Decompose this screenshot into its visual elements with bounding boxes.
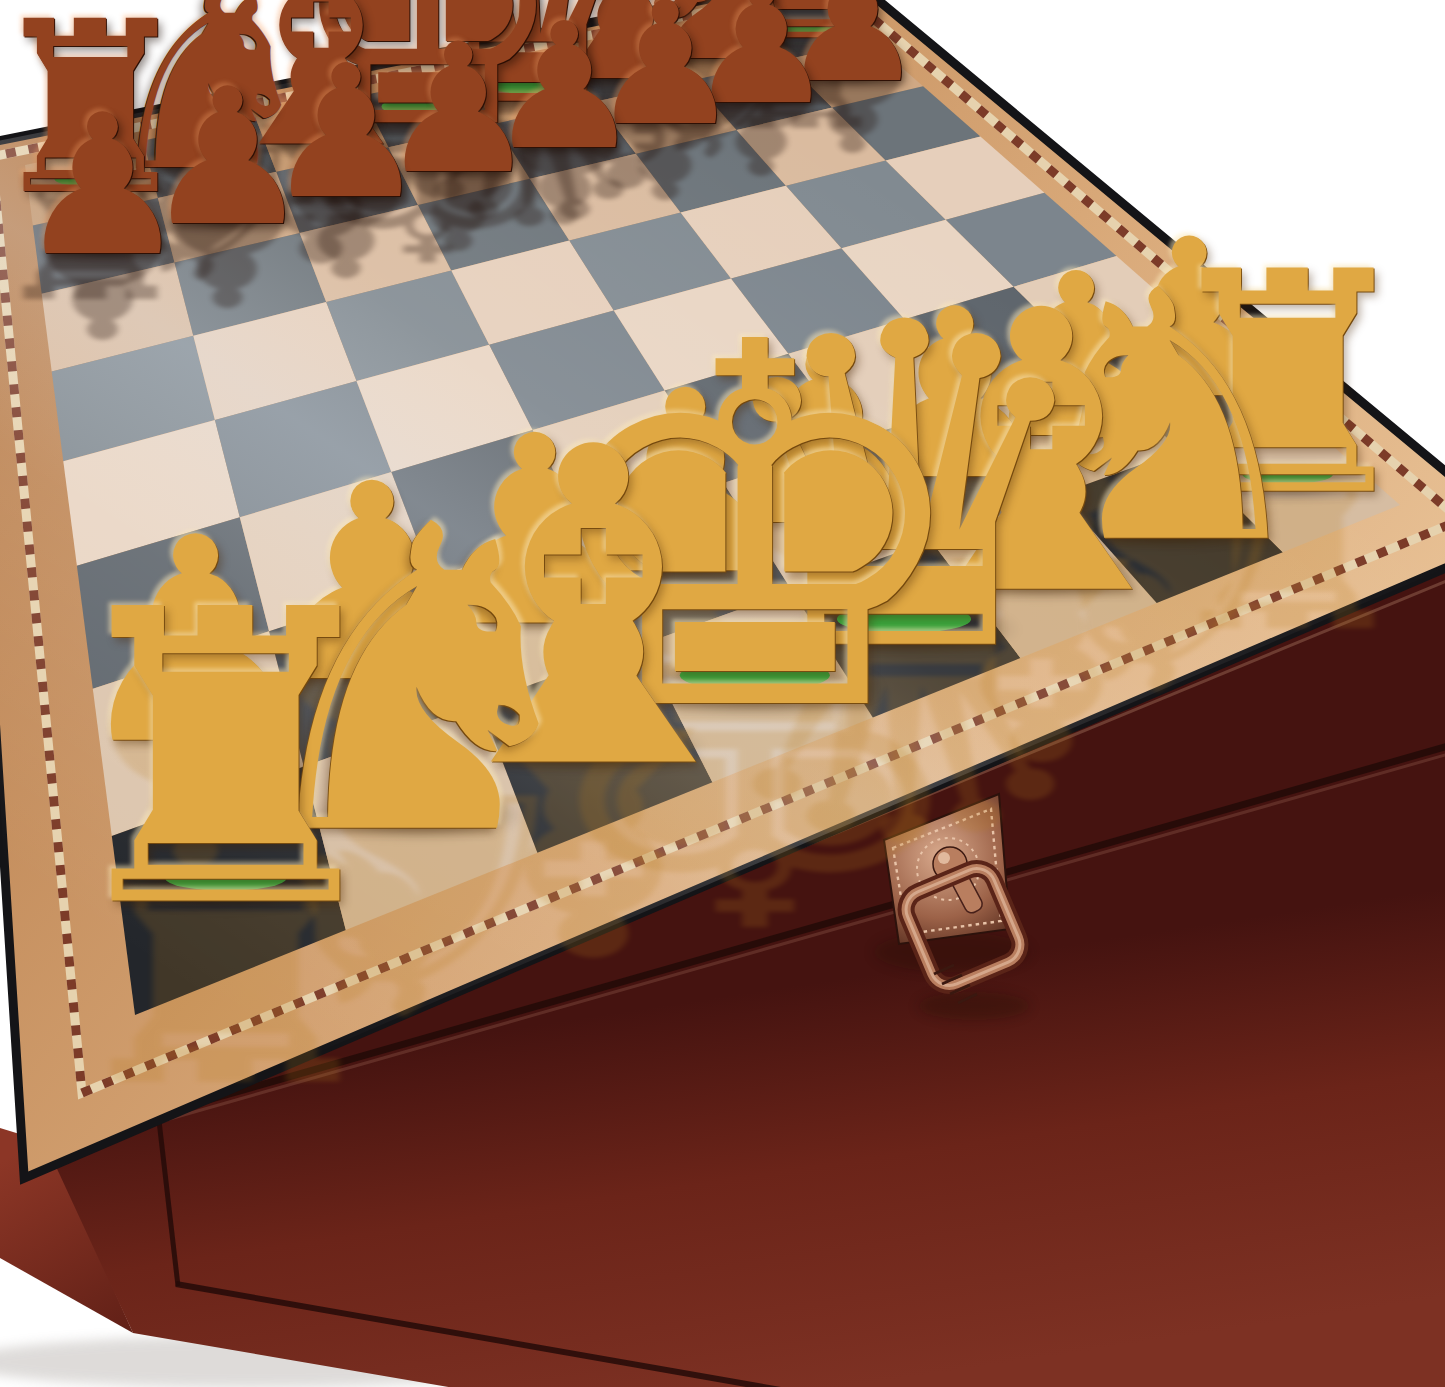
piece-black-pawn[interactable]: ♟ [15,88,189,282]
piece-white-rook[interactable]: ♜ [44,558,407,963]
chess-set-photo: ♜♜♞♞♝♝♚♚♛♛♝♝♞♞♜♜♟♟♟♟♟♟♟♟♟♟♟♟♟♟♟♟♟♟♟♟♟♟♟♟… [0,0,1445,1387]
pieces-layer: ♜♜♞♞♝♝♚♚♛♛♝♝♞♞♜♜♟♟♟♟♟♟♟♟♟♟♟♟♟♟♟♟♟♟♟♟♟♟♟♟… [0,0,1445,1387]
